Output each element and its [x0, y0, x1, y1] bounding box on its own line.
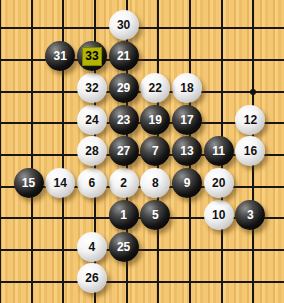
stone-25-black: 25: [109, 232, 139, 262]
stone-8-white: 8: [140, 168, 170, 198]
board-grid-hline: [0, 59, 284, 61]
stone-10-white: 10: [204, 200, 234, 230]
stone-23-black: 23: [109, 105, 139, 135]
stone-12-white: 12: [235, 105, 265, 135]
stone-5-black: 5: [140, 200, 170, 230]
stone-16-white: 16: [235, 136, 265, 166]
stone-31-black: 31: [45, 41, 75, 71]
stone-32-white: 32: [77, 73, 107, 103]
stone-21-black: 21: [109, 41, 139, 71]
board-grid-hline: [0, 249, 284, 251]
stone-18-white: 18: [172, 73, 202, 103]
stone-20-white: 20: [204, 168, 234, 198]
stone-13-black: 13: [172, 136, 202, 166]
stone-30-white: 30: [109, 10, 139, 40]
stone-27-black: 27: [109, 136, 139, 166]
stone-4-white: 4: [77, 232, 107, 262]
stone-14-white: 14: [45, 168, 75, 198]
last-move-highlight: 33: [82, 47, 102, 66]
stone-22-white: 22: [140, 73, 170, 103]
stone-19-black: 19: [140, 105, 170, 135]
stone-6-white: 6: [77, 168, 107, 198]
star-point: [250, 89, 256, 95]
stone-3-black: 3: [235, 200, 265, 230]
stone-1-black: 1: [109, 200, 139, 230]
stone-29-black: 29: [109, 73, 139, 103]
board-grid-hline: [0, 27, 284, 29]
stone-24-white: 24: [77, 105, 107, 135]
stone-17-black: 17: [172, 105, 202, 135]
stone-26-white: 26: [77, 263, 107, 293]
stone-7-black: 7: [140, 136, 170, 166]
stone-2-white: 2: [109, 168, 139, 198]
stone-15-black: 15: [14, 168, 44, 198]
stone-11-black: 11: [204, 136, 234, 166]
stone-33-black: 33: [77, 41, 107, 71]
stone-9-black: 9: [172, 168, 202, 198]
board-grid-vline: [0, 0, 1, 303]
goban-board[interactable]: 1234567891011121314151617181920212223242…: [0, 0, 284, 303]
board-grid-vline: [31, 0, 33, 303]
stone-28-white: 28: [77, 136, 107, 166]
board-grid-hline: [0, 281, 284, 283]
